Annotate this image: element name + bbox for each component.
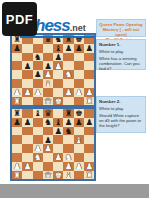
white-king: ♚ (55, 97, 63, 106)
square-f4: ♞ (63, 70, 73, 79)
square-c7 (33, 118, 43, 127)
black-knight: ♞ (34, 53, 42, 62)
square-c7 (33, 44, 43, 53)
viewer-background (0, 184, 149, 198)
square-g1 (74, 97, 84, 106)
square-a7: ♟ (12, 44, 22, 53)
square-a3 (12, 79, 22, 88)
white-bishop: ♝ (44, 79, 52, 88)
square-f7: ♟ (63, 44, 73, 53)
square-b2: ♟ (22, 162, 32, 171)
square-b5 (22, 135, 32, 144)
question-2-prompt: Should White capture on d5 with the pawn… (99, 113, 143, 128)
white-pawn: ♟ (65, 88, 73, 97)
square-b3 (22, 79, 32, 88)
black-pawn: ♟ (34, 70, 42, 79)
square-f5 (63, 61, 73, 70)
black-bishop: ♝ (55, 118, 63, 127)
chess-board-grid-2: ♜♝♛♜♚♟♟♞♝♟♟♟♟♞♟♝♟♟♞♟♞♟♟♟♟♟♜♛♚♝♜ (12, 109, 94, 179)
square-f3 (63, 79, 73, 88)
course-title-box: Queen Pawn Opening Mastery [ - will not … (96, 19, 146, 37)
square-g5: ♝ (74, 135, 84, 144)
chess-board-grid-1: ♜♛♞♜♚♟♝♟♟♟♞♟♟♟♟♟♟♞♝♟♟♟♟♟♟♜♛♚♜ (12, 35, 94, 105)
square-e1: ♚ (53, 97, 63, 106)
white-pawn: ♟ (55, 153, 63, 162)
square-d1: ♛ (43, 171, 53, 180)
white-pawn: ♟ (85, 162, 93, 171)
square-f7: ♟ (63, 118, 73, 127)
square-e6: ♟ (53, 127, 63, 136)
question-1-prompt: White has a winning combination. Can you… (99, 56, 143, 71)
square-e5 (53, 135, 63, 144)
question-2-side: White to play. (99, 106, 143, 111)
black-pawn: ♟ (75, 118, 83, 127)
white-rook: ♜ (13, 97, 21, 106)
square-d2 (43, 88, 53, 97)
square-f1: ♝ (63, 171, 73, 180)
square-e2 (53, 162, 63, 171)
square-d1: ♛ (43, 97, 53, 106)
square-d6 (43, 127, 53, 136)
course-title-line-2: Mastery [ - will not open] (99, 27, 143, 37)
black-pawn: ♟ (75, 44, 83, 53)
question-1-side: White to play. (99, 49, 143, 54)
square-d4: ♟ (43, 70, 53, 79)
black-pawn: ♟ (55, 53, 63, 62)
square-e1: ♚ (53, 171, 63, 180)
square-h1: ♜ (84, 97, 94, 106)
white-pawn: ♟ (24, 162, 32, 171)
square-f3: ♞ (63, 153, 73, 162)
square-e7: ♝ (53, 118, 63, 127)
white-pawn: ♟ (34, 144, 42, 153)
square-a6 (12, 53, 22, 62)
square-e6: ♟ (53, 53, 63, 62)
square-h4 (84, 70, 94, 79)
white-pawn: ♟ (65, 162, 73, 171)
black-rook: ♜ (13, 109, 21, 118)
black-pawn: ♟ (44, 136, 52, 145)
chess-board-diagram-1: ♜♛♞♜♚♟♝♟♟♟♞♟♟♟♟♟♟♞♝♟♟♟♟♟♟♜♛♚♜ (10, 33, 96, 107)
square-h8 (84, 109, 94, 118)
square-b2: ♟ (22, 88, 32, 97)
square-d5: ♟ (43, 135, 53, 144)
square-c6: ♞ (33, 53, 43, 62)
square-a3 (12, 153, 22, 162)
square-f6: ♞ (63, 127, 73, 136)
pdf-thumbnail: iChess.net Queen Pawn Opening Mastery [ … (0, 0, 149, 198)
square-a2: ♟ (12, 162, 22, 171)
square-c1 (33, 171, 43, 180)
square-g6 (74, 53, 84, 62)
square-c3 (33, 79, 43, 88)
square-g3 (74, 153, 84, 162)
black-bishop: ♝ (55, 44, 63, 53)
black-pawn: ♟ (13, 118, 21, 127)
square-a1: ♜ (12, 97, 22, 106)
square-h4 (84, 144, 94, 153)
black-rook: ♜ (65, 109, 73, 118)
white-king: ♚ (55, 171, 63, 180)
square-b1 (22, 171, 32, 180)
square-c8: ♝ (33, 109, 43, 118)
black-pawn: ♟ (65, 118, 73, 127)
square-a5 (12, 135, 22, 144)
square-b1 (22, 97, 32, 106)
square-c3: ♞ (33, 153, 43, 162)
square-d4: ♟ (43, 144, 53, 153)
square-b6 (22, 127, 32, 136)
square-b8 (22, 109, 32, 118)
square-f2: ♟ (63, 88, 73, 97)
question-2-number: Number 2. (99, 99, 143, 104)
square-a6 (12, 127, 22, 136)
white-rook: ♜ (13, 171, 21, 180)
question-2-panel: Number 2. White to play. Should White ca… (96, 96, 146, 133)
black-pawn: ♟ (13, 44, 21, 53)
square-a1: ♜ (12, 171, 22, 180)
square-f6 (63, 53, 73, 62)
white-pawn: ♟ (44, 144, 52, 153)
black-pawn: ♟ (24, 62, 32, 71)
square-b4 (22, 144, 32, 153)
square-g4 (74, 70, 84, 79)
square-e2 (53, 88, 63, 97)
square-h5 (84, 135, 94, 144)
square-f2: ♟ (63, 162, 73, 171)
square-h3 (84, 153, 94, 162)
square-b3 (22, 153, 32, 162)
white-pawn: ♟ (55, 62, 63, 71)
square-h3 (84, 79, 94, 88)
square-d7 (43, 44, 53, 53)
square-g6 (74, 127, 84, 136)
white-pawn: ♟ (75, 162, 83, 171)
white-queen: ♛ (44, 97, 52, 106)
square-d6 (43, 53, 53, 62)
square-e8 (53, 109, 63, 118)
square-c4: ♟ (33, 70, 43, 79)
square-d3 (43, 153, 53, 162)
square-g4 (74, 144, 84, 153)
white-queen: ♛ (44, 171, 52, 180)
black-queen: ♛ (44, 109, 52, 118)
square-b5: ♟ (22, 61, 32, 70)
black-knight: ♞ (44, 118, 52, 127)
white-pawn: ♟ (24, 88, 32, 97)
square-h6 (84, 53, 94, 62)
square-b6 (22, 53, 32, 62)
square-e3 (53, 79, 63, 88)
logo-suffix: .net (70, 23, 86, 33)
white-bishop: ♝ (75, 136, 83, 145)
square-d2 (43, 162, 53, 171)
square-a4 (12, 144, 22, 153)
black-pawn: ♟ (44, 62, 52, 71)
black-knight: ♞ (65, 127, 73, 136)
white-pawn: ♟ (13, 88, 21, 97)
square-f1 (63, 97, 73, 106)
square-d7: ♞ (43, 118, 53, 127)
white-knight: ♞ (34, 153, 42, 162)
square-e4 (53, 70, 63, 79)
square-f8: ♜ (63, 109, 73, 118)
square-a2: ♟ (12, 88, 22, 97)
question-1-panel: Number 1. White to play. White has a win… (96, 39, 146, 70)
square-g1 (74, 171, 84, 180)
square-d5: ♟ (43, 61, 53, 70)
square-e7: ♝ (53, 44, 63, 53)
square-c1 (33, 97, 43, 106)
black-pawn: ♟ (24, 118, 32, 127)
square-h7: ♟ (84, 118, 94, 127)
black-pawn: ♟ (65, 44, 73, 53)
square-c5 (33, 61, 43, 70)
square-c6 (33, 127, 43, 136)
white-rook: ♜ (85, 97, 93, 106)
square-c5 (33, 135, 43, 144)
square-b4 (22, 70, 32, 79)
square-g3 (74, 79, 84, 88)
white-knight: ♞ (65, 70, 73, 79)
square-b7 (22, 44, 32, 53)
square-g8: ♚ (74, 109, 84, 118)
square-e5: ♟ (53, 61, 63, 70)
square-a8: ♜ (12, 109, 22, 118)
square-d8: ♛ (43, 109, 53, 118)
white-pawn: ♟ (44, 70, 52, 79)
logo-underline (20, 36, 94, 38)
black-pawn: ♟ (55, 127, 63, 136)
square-c2 (33, 162, 43, 171)
square-e4 (53, 144, 63, 153)
white-pawn: ♟ (34, 88, 42, 97)
square-g7: ♟ (74, 44, 84, 53)
square-a4 (12, 70, 22, 79)
square-h2: ♟ (84, 88, 94, 97)
square-h6 (84, 127, 94, 136)
square-a5 (12, 61, 22, 70)
square-g5 (74, 61, 84, 70)
square-f5 (63, 135, 73, 144)
square-h2: ♟ (84, 162, 94, 171)
square-g7: ♟ (74, 118, 84, 127)
square-b7: ♟ (22, 118, 32, 127)
square-h1: ♜ (84, 171, 94, 180)
white-rook: ♜ (85, 171, 93, 180)
square-e3: ♟ (53, 153, 63, 162)
square-c2: ♟ (33, 88, 43, 97)
white-pawn: ♟ (75, 88, 83, 97)
square-h5 (84, 61, 94, 70)
square-c4: ♟ (33, 144, 43, 153)
square-g2: ♟ (74, 88, 84, 97)
black-pawn: ♟ (85, 44, 93, 53)
white-bishop: ♝ (65, 171, 73, 180)
question-1-number: Number 1. (99, 42, 143, 47)
white-pawn: ♟ (13, 162, 21, 171)
pdf-file-badge: PDF (2, 2, 37, 36)
square-f4 (63, 144, 73, 153)
pdf-badge-label: PDF (6, 12, 34, 27)
white-pawn: ♟ (85, 88, 93, 97)
chess-board-diagram-2: ♜♝♛♜♚♟♟♞♝♟♟♟♟♞♟♝♟♟♞♟♞♟♟♟♟♟♜♛♚♝♜ (10, 107, 96, 181)
white-knight: ♞ (65, 153, 73, 162)
black-king: ♚ (75, 109, 83, 118)
square-a7: ♟ (12, 118, 22, 127)
square-g2: ♟ (74, 162, 84, 171)
black-bishop: ♝ (34, 109, 42, 118)
square-d3: ♝ (43, 79, 53, 88)
square-h7: ♟ (84, 44, 94, 53)
black-pawn: ♟ (85, 118, 93, 127)
